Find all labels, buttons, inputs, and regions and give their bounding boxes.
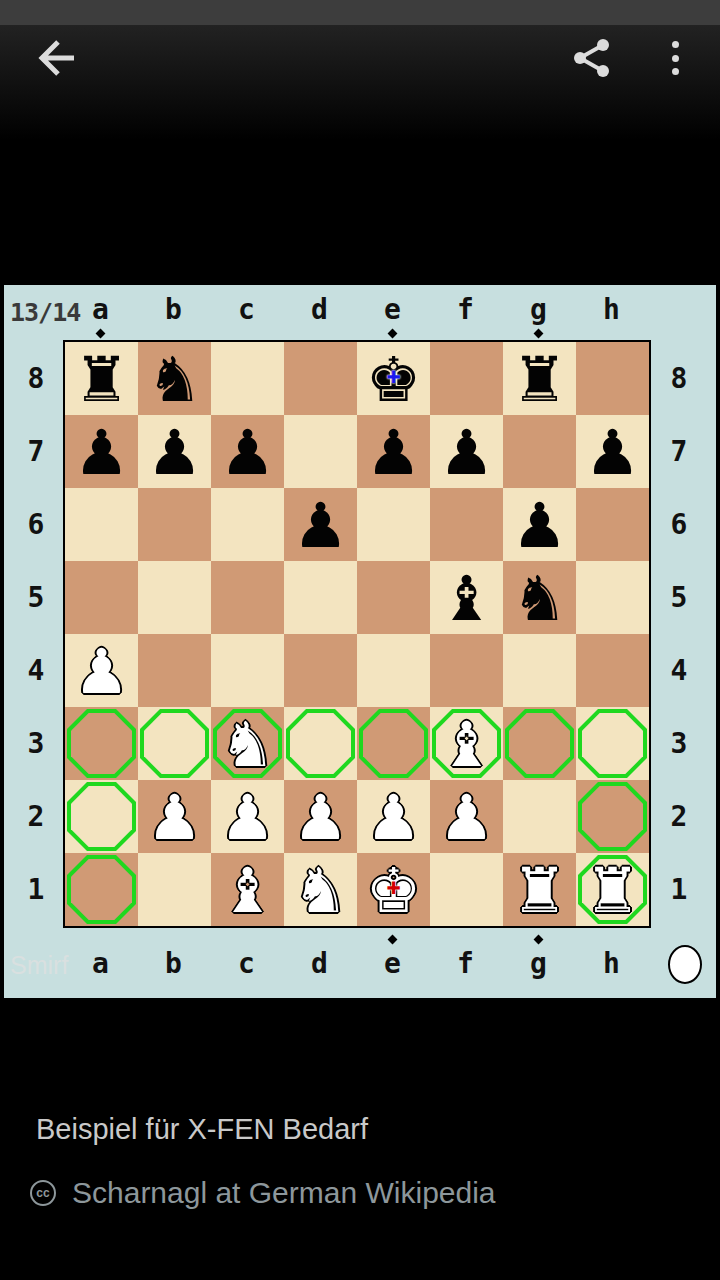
chess-diagram: 13/14 abcdefgh 87654321 ♜♞♚✚♜♟♟♟♟♟♟♟♟♝♞♟… — [1, 282, 719, 1001]
back-icon[interactable] — [36, 39, 76, 77]
white-bishop-c1[interactable]: ♝ — [211, 853, 284, 926]
square-h1[interactable]: ♜ — [576, 853, 649, 926]
rank-label: 2 — [659, 780, 699, 853]
square-g2[interactable] — [503, 780, 576, 853]
square-c8[interactable] — [211, 342, 284, 415]
square-b3[interactable] — [138, 707, 211, 780]
black-pawn-c7[interactable]: ♟ — [211, 415, 284, 488]
highlight-inner — [144, 713, 205, 774]
square-h2[interactable] — [576, 780, 649, 853]
square-a2[interactable] — [65, 780, 138, 853]
black-bishop-f5[interactable]: ♝ — [430, 561, 503, 634]
square-g1[interactable]: ♜ — [503, 853, 576, 926]
square-c2[interactable]: ♟ — [211, 780, 284, 853]
square-h7[interactable]: ♟ — [576, 415, 649, 488]
white-pawn-a4[interactable]: ♟ — [65, 634, 138, 707]
file-label: a — [64, 295, 137, 325]
square-b2[interactable]: ♟ — [138, 780, 211, 853]
king-cross-marker: ✚ — [386, 850, 400, 926]
square-h3[interactable] — [576, 707, 649, 780]
file-label: c — [210, 295, 283, 325]
square-h6[interactable] — [576, 488, 649, 561]
square-f6[interactable] — [430, 488, 503, 561]
rank-label: 7 — [659, 415, 699, 488]
file-label: h — [575, 949, 648, 979]
white-to-move-indicator — [668, 945, 702, 984]
black-king-e8[interactable]: ♚✚ — [357, 342, 430, 415]
rank-label: 4 — [16, 634, 56, 707]
square-h4[interactable] — [576, 634, 649, 707]
square-a1[interactable] — [65, 853, 138, 926]
square-d1[interactable]: ♞ — [284, 853, 357, 926]
white-rook-h1[interactable]: ♜ — [576, 853, 649, 926]
attribution-row: cc Scharnagl at German Wikipedia — [30, 1176, 496, 1210]
rank-label: 8 — [16, 342, 56, 415]
square-e6[interactable] — [357, 488, 430, 561]
file-label: h — [575, 295, 648, 325]
square-g3[interactable] — [503, 707, 576, 780]
square-e1[interactable]: ♚✚ — [357, 853, 430, 926]
square-e5[interactable] — [357, 561, 430, 634]
square-e8[interactable]: ♚✚ — [357, 342, 430, 415]
file-label: d — [283, 295, 356, 325]
square-g8[interactable]: ♜ — [503, 342, 576, 415]
square-g5[interactable]: ♞ — [503, 561, 576, 634]
file-label: g — [502, 949, 575, 979]
black-pawn-e7[interactable]: ♟ — [357, 415, 430, 488]
square-b7[interactable]: ♟ — [138, 415, 211, 488]
castling-dots-top — [64, 329, 648, 337]
file-labels-top: abcdefgh — [64, 295, 648, 325]
square-b6[interactable] — [138, 488, 211, 561]
square-h8[interactable] — [576, 342, 649, 415]
attribution-text[interactable]: Scharnagl at German Wikipedia — [72, 1176, 496, 1210]
highlight-inner — [71, 786, 132, 847]
square-a8[interactable]: ♜ — [65, 342, 138, 415]
black-knight-g5[interactable]: ♞ — [503, 561, 576, 634]
rank-labels-left: 87654321 — [16, 342, 56, 926]
square-c5[interactable] — [211, 561, 284, 634]
rank-label: 1 — [659, 853, 699, 926]
square-a6[interactable] — [65, 488, 138, 561]
rank-label: 5 — [659, 561, 699, 634]
file-label: c — [210, 949, 283, 979]
rank-label: 5 — [16, 561, 56, 634]
overflow-menu-icon[interactable] — [669, 41, 681, 75]
share-icon[interactable] — [572, 38, 612, 78]
file-label: e — [356, 295, 429, 325]
square-f1[interactable] — [430, 853, 503, 926]
square-e3[interactable] — [357, 707, 430, 780]
black-pawn-h7[interactable]: ♟ — [576, 415, 649, 488]
square-a3[interactable] — [65, 707, 138, 780]
rank-label: 6 — [16, 488, 56, 561]
square-d2[interactable]: ♟ — [284, 780, 357, 853]
square-f7[interactable]: ♟ — [430, 415, 503, 488]
square-b8[interactable]: ♞ — [138, 342, 211, 415]
square-a5[interactable] — [65, 561, 138, 634]
black-pawn-a7[interactable]: ♟ — [65, 415, 138, 488]
square-f2[interactable]: ♟ — [430, 780, 503, 853]
square-d7[interactable] — [284, 415, 357, 488]
castling-dot — [534, 934, 544, 944]
rank-label: 1 — [16, 853, 56, 926]
white-pawn-e2[interactable]: ♟ — [357, 780, 430, 853]
castling-dots-bottom — [64, 935, 648, 943]
square-f4[interactable] — [430, 634, 503, 707]
black-pawn-d6[interactable]: ♟ — [284, 488, 357, 561]
square-d5[interactable] — [284, 561, 357, 634]
file-label: g — [502, 295, 575, 325]
square-d4[interactable] — [284, 634, 357, 707]
square-b1[interactable] — [138, 853, 211, 926]
castling-dot — [388, 328, 398, 338]
status-bar — [0, 0, 720, 25]
highlight-inner — [71, 713, 132, 774]
rank-labels-right: 87654321 — [659, 342, 699, 926]
file-label: e — [356, 949, 429, 979]
rank-label: 6 — [659, 488, 699, 561]
image-caption: Beispiel für X-FEN Bedarf — [36, 1113, 368, 1146]
square-f8[interactable] — [430, 342, 503, 415]
highlight-inner — [363, 713, 424, 774]
white-knight-c3[interactable]: ♞ — [211, 707, 284, 780]
highlight-inner — [71, 859, 132, 920]
file-label: b — [137, 949, 210, 979]
white-pawn-b2[interactable]: ♟ — [138, 780, 211, 853]
highlight-inner — [582, 713, 643, 774]
square-e4[interactable] — [357, 634, 430, 707]
square-a7[interactable]: ♟ — [65, 415, 138, 488]
white-knight-d1[interactable]: ♞ — [284, 853, 357, 926]
square-f3[interactable]: ♝ — [430, 707, 503, 780]
square-f5[interactable]: ♝ — [430, 561, 503, 634]
black-knight-b8[interactable]: ♞ — [138, 342, 211, 415]
square-e2[interactable]: ♟ — [357, 780, 430, 853]
black-pawn-g6[interactable]: ♟ — [503, 488, 576, 561]
square-c4[interactable] — [211, 634, 284, 707]
black-rook-a8[interactable]: ♜ — [65, 342, 138, 415]
white-king-e1[interactable]: ♚✚ — [357, 853, 430, 926]
file-label: b — [137, 295, 210, 325]
castling-dot — [96, 328, 106, 338]
cc-license-icon: cc — [30, 1180, 56, 1206]
rank-label: 3 — [659, 707, 699, 780]
white-bishop-f3[interactable]: ♝ — [430, 707, 503, 780]
black-rook-g8[interactable]: ♜ — [503, 342, 576, 415]
rank-label: 2 — [16, 780, 56, 853]
media-viewer-screen: 13/14 abcdefgh 87654321 ♜♞♚✚♜♟♟♟♟♟♟♟♟♝♞♟… — [0, 0, 720, 1280]
castling-dot — [388, 934, 398, 944]
square-e7[interactable]: ♟ — [357, 415, 430, 488]
square-h5[interactable] — [576, 561, 649, 634]
white-pawn-d2[interactable]: ♟ — [284, 780, 357, 853]
white-pawn-c2[interactable]: ♟ — [211, 780, 284, 853]
highlight-inner — [582, 786, 643, 847]
file-label: a — [64, 949, 137, 979]
square-c1[interactable]: ♝ — [211, 853, 284, 926]
engine-credit: Smirf — [10, 951, 68, 980]
file-labels-bottom: abcdefgh — [64, 949, 648, 979]
square-c3[interactable]: ♞ — [211, 707, 284, 780]
file-label: d — [283, 949, 356, 979]
rank-label: 8 — [659, 342, 699, 415]
file-label: f — [429, 295, 502, 325]
square-d8[interactable] — [284, 342, 357, 415]
rank-label: 7 — [16, 415, 56, 488]
highlight-inner — [290, 713, 351, 774]
square-d6[interactable]: ♟ — [284, 488, 357, 561]
square-b5[interactable] — [138, 561, 211, 634]
rank-label: 4 — [659, 634, 699, 707]
square-b4[interactable] — [138, 634, 211, 707]
king-cross-marker: ✚ — [386, 339, 400, 415]
black-pawn-f7[interactable]: ♟ — [430, 415, 503, 488]
square-g6[interactable]: ♟ — [503, 488, 576, 561]
square-a4[interactable]: ♟ — [65, 634, 138, 707]
chess-board[interactable]: ♜♞♚✚♜♟♟♟♟♟♟♟♟♝♞♟♞♝♟♟♟♟♟♝♞♚✚♜♜ — [63, 340, 651, 928]
white-rook-g1[interactable]: ♜ — [503, 853, 576, 926]
white-pawn-f2[interactable]: ♟ — [430, 780, 503, 853]
square-c6[interactable] — [211, 488, 284, 561]
rank-label: 3 — [16, 707, 56, 780]
square-g4[interactable] — [503, 634, 576, 707]
square-c7[interactable]: ♟ — [211, 415, 284, 488]
square-d3[interactable] — [284, 707, 357, 780]
top-scrim — [0, 25, 720, 140]
castling-dot — [534, 328, 544, 338]
square-g7[interactable] — [503, 415, 576, 488]
highlight-inner — [509, 713, 570, 774]
black-pawn-b7[interactable]: ♟ — [138, 415, 211, 488]
file-label: f — [429, 949, 502, 979]
